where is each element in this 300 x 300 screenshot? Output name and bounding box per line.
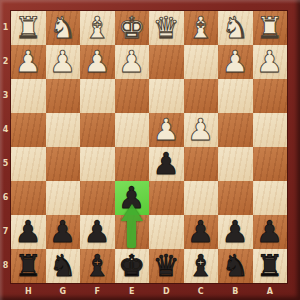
square-g8[interactable]: ♞: [46, 249, 81, 283]
square-g6[interactable]: [46, 181, 81, 215]
square-d3[interactable]: [149, 79, 184, 113]
square-a2[interactable]: ♟: [253, 45, 288, 79]
file-label-g: G: [46, 285, 81, 298]
square-e3[interactable]: [115, 79, 150, 113]
file-label-b: B: [218, 285, 253, 298]
square-f5[interactable]: [80, 147, 115, 181]
square-d1[interactable]: ♛: [149, 11, 184, 45]
square-g1[interactable]: ♞: [46, 11, 81, 45]
rank-label-1: 1: [0, 11, 11, 45]
rank-label-7: 7: [0, 215, 11, 249]
square-g2[interactable]: ♟: [46, 45, 81, 79]
arrow-shaft: [127, 220, 136, 248]
piece-black-rook[interactable]: ♜: [11, 249, 46, 283]
board: ♜♞♝♚♛♝♞♜♟♟♟♟♟♟♟♟♟♟♟♟♟♟♟♟♜♞♝♚♛♝♞♜: [11, 11, 287, 283]
square-g7[interactable]: ♟: [46, 215, 81, 249]
square-d6[interactable]: [149, 181, 184, 215]
board-frame: 12345678 HGFEDCBA ♜♞♝♚♛♝♞♜♟♟♟♟♟♟♟♟♟♟♟♟♟♟…: [0, 0, 300, 300]
piece-white-pawn[interactable]: ♟: [184, 113, 219, 147]
square-f6[interactable]: [80, 181, 115, 215]
square-h7[interactable]: ♟: [11, 215, 46, 249]
piece-white-bishop[interactable]: ♝: [184, 11, 219, 45]
square-d2[interactable]: [149, 45, 184, 79]
square-d5[interactable]: ♟: [149, 147, 184, 181]
square-h5[interactable]: [11, 147, 46, 181]
square-d8[interactable]: ♛: [149, 249, 184, 283]
square-a5[interactable]: [253, 147, 288, 181]
square-a4[interactable]: [253, 113, 288, 147]
rank-label-5: 5: [0, 147, 11, 181]
piece-black-pawn[interactable]: ♟: [184, 215, 219, 249]
file-label-h: H: [11, 285, 46, 298]
square-c4[interactable]: ♟: [184, 113, 219, 147]
piece-black-bishop[interactable]: ♝: [184, 249, 219, 283]
square-f4[interactable]: [80, 113, 115, 147]
piece-black-queen[interactable]: ♛: [149, 249, 184, 283]
rank-label-8: 8: [0, 249, 11, 283]
piece-black-king[interactable]: ♚: [115, 249, 150, 283]
square-f7[interactable]: ♟: [80, 215, 115, 249]
square-c5[interactable]: [184, 147, 219, 181]
square-d4[interactable]: ♟: [149, 113, 184, 147]
piece-white-pawn[interactable]: ♟: [149, 113, 184, 147]
square-e8[interactable]: ♚: [115, 249, 150, 283]
square-b5[interactable]: [218, 147, 253, 181]
piece-black-knight[interactable]: ♞: [46, 249, 81, 283]
square-e4[interactable]: [115, 113, 150, 147]
square-a6[interactable]: [253, 181, 288, 215]
square-b2[interactable]: ♟: [218, 45, 253, 79]
square-c3[interactable]: [184, 79, 219, 113]
piece-black-bishop[interactable]: ♝: [80, 249, 115, 283]
square-e2[interactable]: ♟: [115, 45, 150, 79]
square-d7[interactable]: [149, 215, 184, 249]
file-label-f: F: [80, 285, 115, 298]
square-a3[interactable]: [253, 79, 288, 113]
square-f2[interactable]: ♟: [80, 45, 115, 79]
piece-white-pawn[interactable]: ♟: [46, 45, 81, 79]
piece-black-pawn[interactable]: ♟: [46, 215, 81, 249]
arrow-head-icon: [121, 204, 143, 221]
square-f3[interactable]: [80, 79, 115, 113]
square-b1[interactable]: ♞: [218, 11, 253, 45]
piece-black-pawn[interactable]: ♟: [149, 147, 184, 181]
piece-black-pawn[interactable]: ♟: [80, 215, 115, 249]
piece-white-queen[interactable]: ♛: [149, 11, 184, 45]
square-h2[interactable]: ♟: [11, 45, 46, 79]
square-f1[interactable]: ♝: [80, 11, 115, 45]
square-c8[interactable]: ♝: [184, 249, 219, 283]
square-c2[interactable]: [184, 45, 219, 79]
square-c7[interactable]: ♟: [184, 215, 219, 249]
piece-white-bishop[interactable]: ♝: [80, 11, 115, 45]
square-e5[interactable]: [115, 147, 150, 181]
file-label-c: C: [184, 285, 219, 298]
piece-white-pawn[interactable]: ♟: [80, 45, 115, 79]
square-b4[interactable]: [218, 113, 253, 147]
piece-white-rook[interactable]: ♜: [11, 11, 46, 45]
square-a8[interactable]: ♜: [253, 249, 288, 283]
piece-black-pawn[interactable]: ♟: [218, 215, 253, 249]
file-label-a: A: [253, 285, 288, 298]
rank-label-4: 4: [0, 113, 11, 147]
square-b6[interactable]: [218, 181, 253, 215]
piece-white-knight[interactable]: ♞: [218, 11, 253, 45]
square-h3[interactable]: [11, 79, 46, 113]
piece-white-pawn[interactable]: ♟: [218, 45, 253, 79]
piece-white-pawn[interactable]: ♟: [11, 45, 46, 79]
square-b7[interactable]: ♟: [218, 215, 253, 249]
square-h8[interactable]: ♜: [11, 249, 46, 283]
piece-black-pawn[interactable]: ♟: [253, 215, 288, 249]
piece-white-pawn[interactable]: ♟: [115, 45, 150, 79]
square-e1[interactable]: ♚: [115, 11, 150, 45]
square-c1[interactable]: ♝: [184, 11, 219, 45]
square-g3[interactable]: [46, 79, 81, 113]
square-b3[interactable]: [218, 79, 253, 113]
square-b8[interactable]: ♞: [218, 249, 253, 283]
piece-black-pawn[interactable]: ♟: [11, 215, 46, 249]
square-c6[interactable]: [184, 181, 219, 215]
square-a1[interactable]: ♜: [253, 11, 288, 45]
rank-label-2: 2: [0, 45, 11, 79]
square-h1[interactable]: ♜: [11, 11, 46, 45]
square-h6[interactable]: [11, 181, 46, 215]
square-g4[interactable]: [46, 113, 81, 147]
square-f8[interactable]: ♝: [80, 249, 115, 283]
piece-white-knight[interactable]: ♞: [46, 11, 81, 45]
piece-white-rook[interactable]: ♜: [253, 11, 288, 45]
file-label-d: D: [149, 285, 184, 298]
square-g5[interactable]: [46, 147, 81, 181]
piece-black-rook[interactable]: ♜: [253, 249, 288, 283]
file-label-e: E: [115, 285, 150, 298]
rank-label-6: 6: [0, 181, 11, 215]
square-a7[interactable]: ♟: [253, 215, 288, 249]
rank-label-3: 3: [0, 79, 11, 113]
piece-black-knight[interactable]: ♞: [218, 249, 253, 283]
piece-white-pawn[interactable]: ♟: [253, 45, 288, 79]
piece-white-king[interactable]: ♚: [115, 11, 150, 45]
square-h4[interactable]: [11, 113, 46, 147]
